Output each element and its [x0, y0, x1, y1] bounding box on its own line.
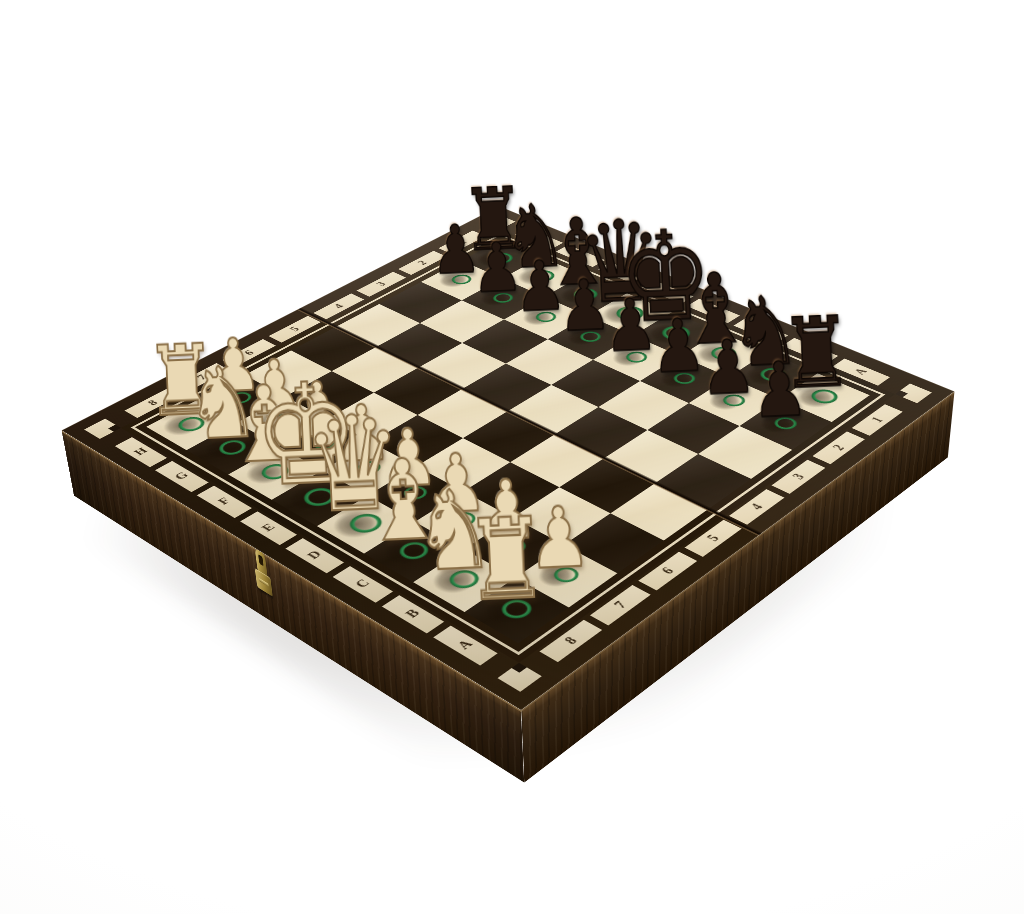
coordinate-label: 1	[455, 239, 468, 245]
coordinate-label: D	[705, 307, 721, 315]
coordinate-label: C	[753, 326, 769, 334]
coordinate-label: E	[660, 288, 675, 295]
coordinate-label: A	[853, 367, 870, 376]
white-rook-glyph: ♜	[462, 502, 550, 617]
coordinate-label: G	[573, 252, 589, 259]
coordinate-label: H	[532, 235, 547, 242]
coordinate-label: 3	[374, 281, 387, 287]
black-pawn-glyph: ♟	[749, 350, 809, 428]
black-pawn-glyph: ♟	[698, 329, 757, 406]
coordinate-label: 5	[288, 326, 301, 333]
chess-box: HGFEDCBA HGFEDCBA 12345678 12345678 ♜♞♝♛…	[62, 206, 955, 710]
photo-backdrop: HGFEDCBA HGFEDCBA 12345678 12345678 ♜♞♝♛…	[0, 0, 1024, 914]
coordinate-label: 2	[416, 260, 429, 266]
coordinate-label: 4	[332, 303, 345, 310]
coordinate-label: F	[616, 270, 631, 277]
